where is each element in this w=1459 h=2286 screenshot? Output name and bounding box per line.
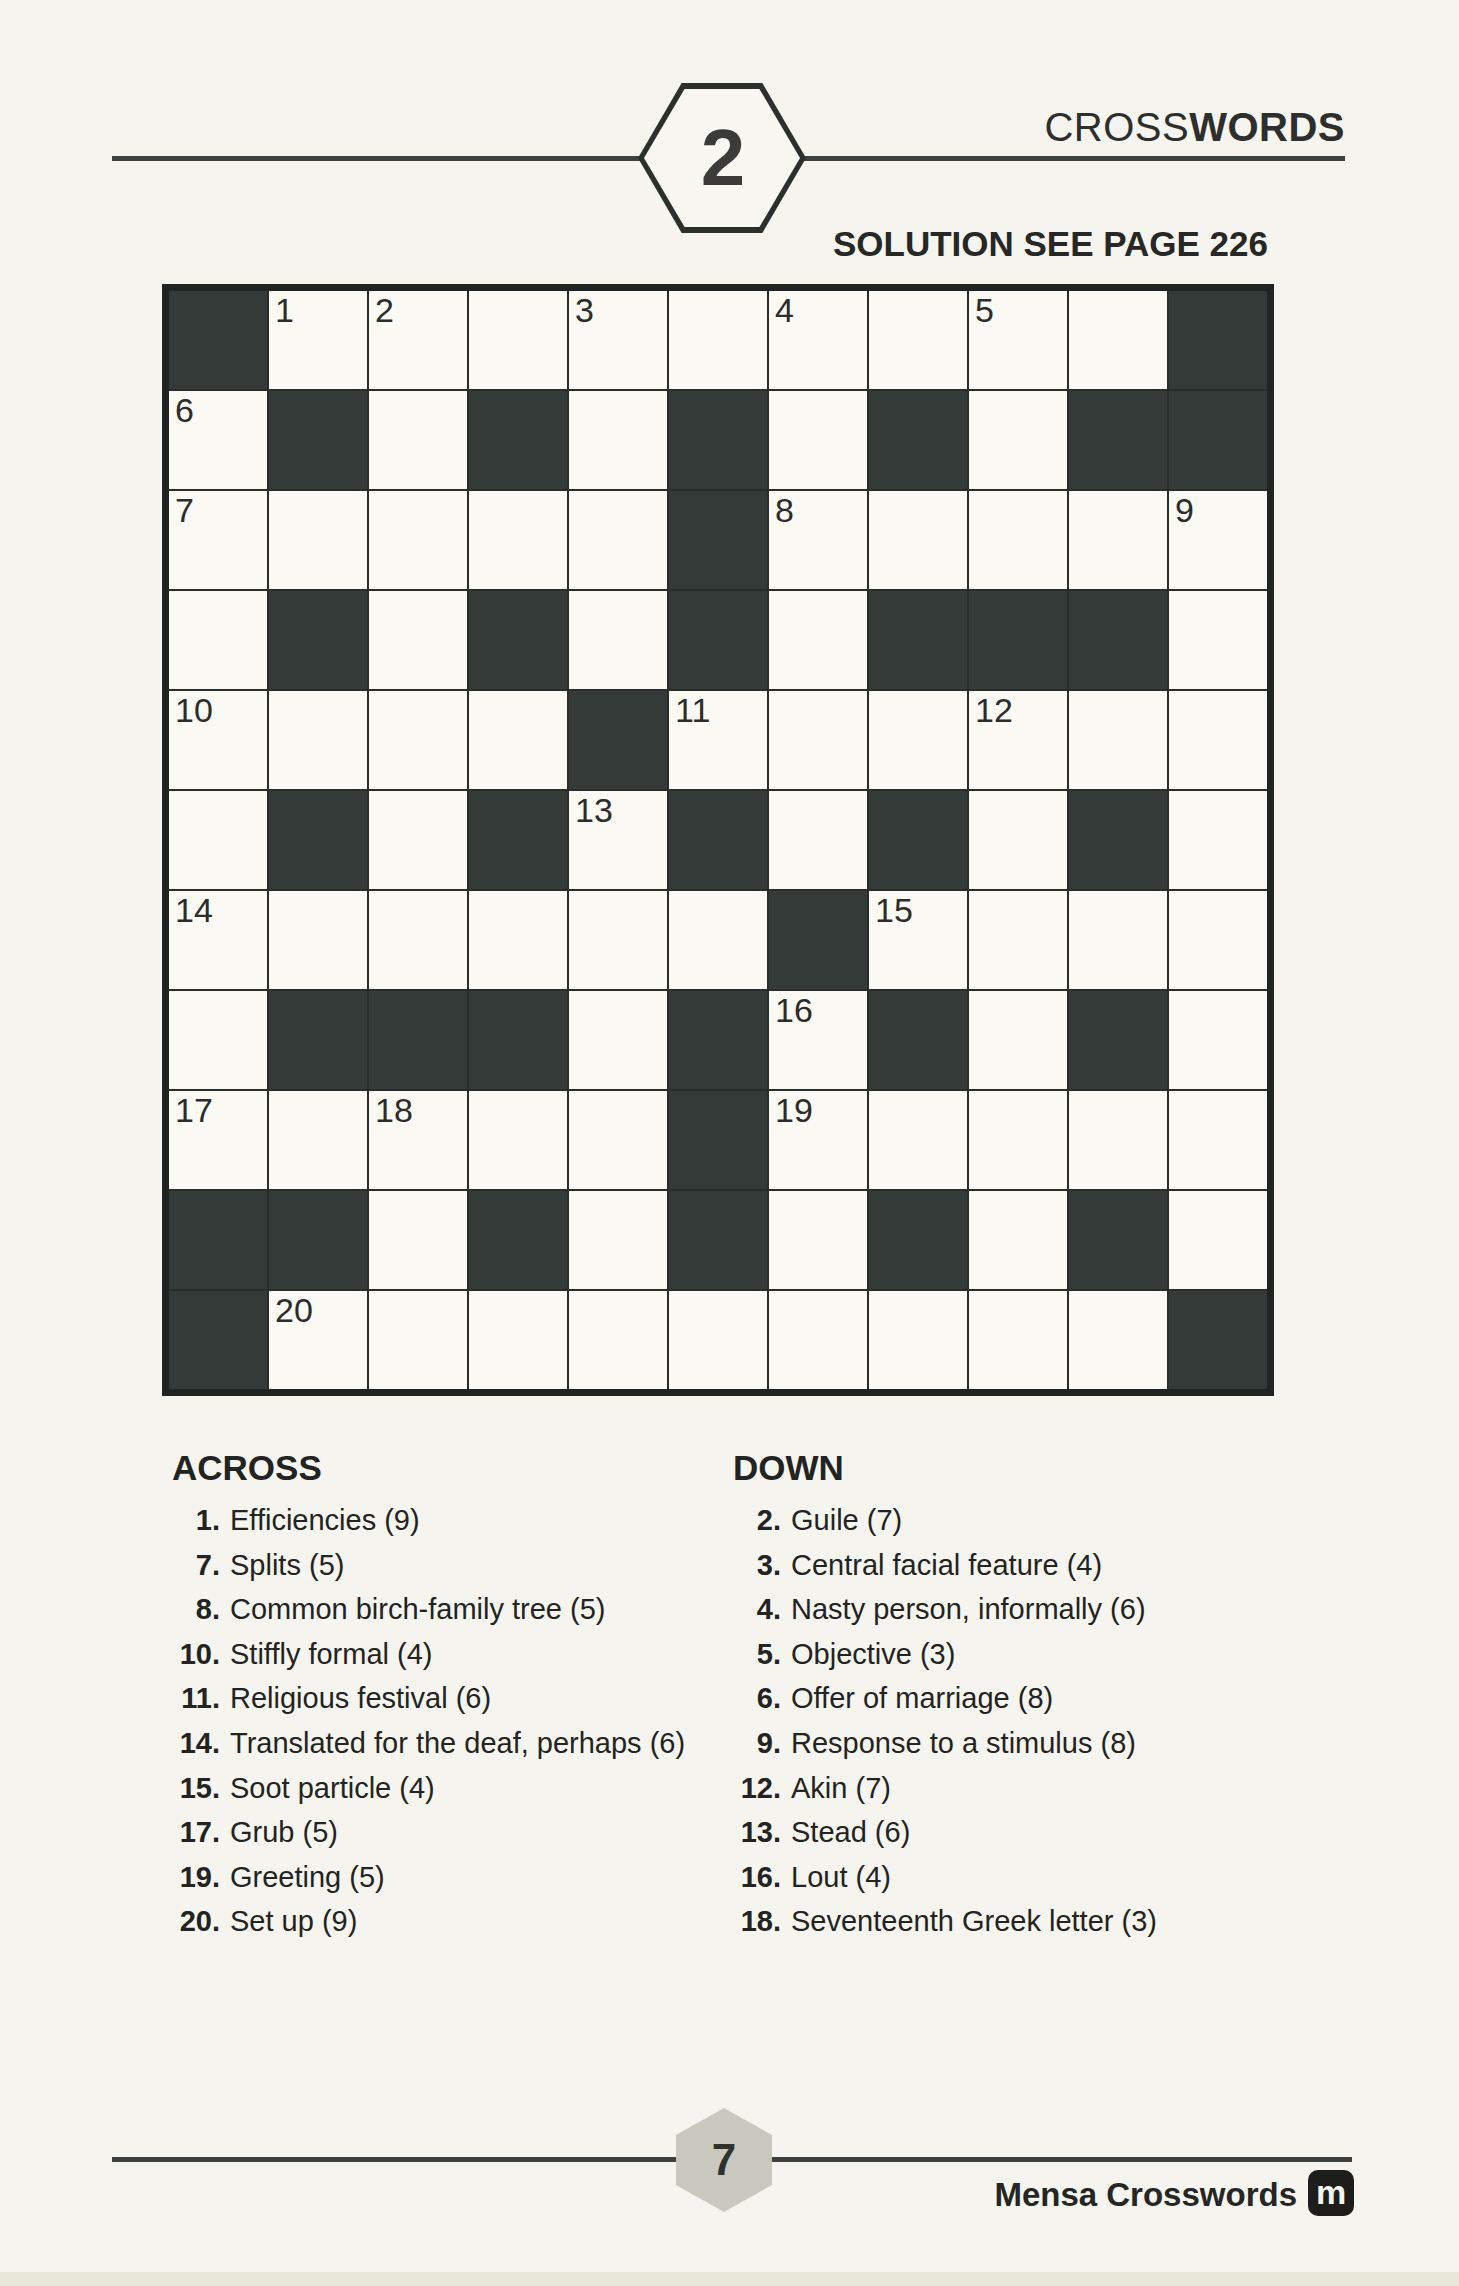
grid-cell-r1c6[interactable] (669, 291, 767, 389)
mensa-logo-glyph: m (1316, 2175, 1346, 2209)
grid-cell-r9c10[interactable] (1069, 1091, 1167, 1189)
grid-cell-r6c3[interactable] (369, 791, 467, 889)
grid-cell-r5c11[interactable] (1169, 691, 1267, 789)
clue-number: 2. (733, 1498, 781, 1543)
grid-cell-r5c9[interactable]: 12 (969, 691, 1067, 789)
grid-cell-r11c10[interactable] (1069, 1291, 1167, 1389)
grid-cell-r9c6 (669, 1091, 767, 1189)
clue-number: 3. (733, 1543, 781, 1588)
section-title-bold: WORDS (1189, 105, 1345, 149)
grid-cell-r4c2 (269, 591, 367, 689)
grid-cell-r9c7[interactable]: 19 (769, 1091, 867, 1189)
cell-number-3: 3 (575, 291, 594, 330)
grid-cell-r9c4[interactable] (469, 1091, 567, 1189)
clue-number: 6. (733, 1676, 781, 1721)
grid-cell-r11c6[interactable] (669, 1291, 767, 1389)
grid-cell-r3c3[interactable] (369, 491, 467, 589)
grid-cell-r6c7[interactable] (769, 791, 867, 889)
clue-text: Stead (6) (791, 1810, 910, 1855)
clue-number: 12. (733, 1766, 781, 1811)
grid-cell-r6c6 (669, 791, 767, 889)
solution-note: SOLUTION SEE PAGE 226 (833, 224, 1268, 264)
clue-text: Offer of marriage (8) (791, 1676, 1053, 1721)
grid-cell-r11c1 (169, 1291, 267, 1389)
puzzle-number-hexagon: 2 (638, 83, 806, 233)
clue-item: 11.Religious festival (6) (172, 1676, 747, 1721)
grid-cell-r10c5[interactable] (569, 1191, 667, 1289)
grid-cell-r5c10[interactable] (1069, 691, 1167, 789)
clue-item: 2.Guile (7) (733, 1498, 1308, 1543)
clue-text: Set up (9) (230, 1899, 357, 1944)
clue-text: Efficiencies (9) (230, 1498, 420, 1543)
grid-cell-r2c5[interactable] (569, 391, 667, 489)
cell-number-4: 4 (775, 291, 794, 330)
clue-text: Religious festival (6) (230, 1676, 491, 1721)
across-list: 1.Efficiencies (9)7.Splits (5)8.Common b… (172, 1498, 747, 1944)
clue-item: 9.Response to a stimulus (8) (733, 1721, 1308, 1766)
across-clues: ACROSS 1.Efficiencies (9)7.Splits (5)8.C… (172, 1448, 747, 1944)
grid-cell-r3c8[interactable] (869, 491, 967, 589)
grid-cell-r8c11[interactable] (1169, 991, 1267, 1089)
clue-item: 19.Greeting (5) (172, 1855, 747, 1900)
grid-cell-r2c6 (669, 391, 767, 489)
grid-cell-r9c3[interactable]: 18 (369, 1091, 467, 1189)
grid-cell-r2c3[interactable] (369, 391, 467, 489)
clue-number: 9. (733, 1721, 781, 1766)
clue-item: 5.Objective (3) (733, 1632, 1308, 1677)
cell-number-11: 11 (675, 691, 710, 730)
clue-text: Lout (4) (791, 1855, 891, 1900)
grid-cell-r10c10 (1069, 1191, 1167, 1289)
grid-cell-r1c8[interactable] (869, 291, 967, 389)
clue-text: Objective (3) (791, 1632, 955, 1677)
clue-number: 1. (172, 1498, 220, 1543)
grid-cell-r8c3 (369, 991, 467, 1089)
clue-text: Translated for the deaf, perhaps (6) (230, 1721, 685, 1766)
cell-number-10: 10 (175, 691, 213, 730)
grid-cell-r7c9[interactable] (969, 891, 1067, 989)
cell-number-5: 5 (975, 291, 994, 330)
grid-cell-r11c7[interactable] (769, 1291, 867, 1389)
section-title-light: CROSS (1044, 105, 1189, 149)
clue-number: 7. (172, 1543, 220, 1588)
grid-cell-r7c11[interactable] (1169, 891, 1267, 989)
grid-cell-r10c1 (169, 1191, 267, 1289)
grid-cell-r4c5[interactable] (569, 591, 667, 689)
grid-cell-r7c6[interactable] (669, 891, 767, 989)
clue-text: Guile (7) (791, 1498, 902, 1543)
clue-item: 3.Central facial feature (4) (733, 1543, 1308, 1588)
grid-cell-r3c6 (669, 491, 767, 589)
grid-cell-r11c11 (1169, 1291, 1267, 1389)
grid-cell-r4c8 (869, 591, 967, 689)
clue-text: Central facial feature (4) (791, 1543, 1102, 1588)
clue-number: 20. (172, 1899, 220, 1944)
grid-cell-r11c2[interactable]: 20 (269, 1291, 367, 1389)
grid-cell-r9c11[interactable] (1169, 1091, 1267, 1189)
cell-number-18: 18 (375, 1091, 413, 1130)
cell-number-8: 8 (775, 491, 794, 530)
grid-cell-r10c6 (669, 1191, 767, 1289)
grid-cell-r5c7[interactable] (769, 691, 867, 789)
clue-text: Soot particle (4) (230, 1766, 435, 1811)
grid-cell-r8c4 (469, 991, 567, 1089)
clue-item: 8.Common birch-family tree (5) (172, 1587, 747, 1632)
grid-cell-r2c1[interactable]: 6 (169, 391, 267, 489)
cell-number-6: 6 (175, 391, 194, 430)
clue-item: 10.Stiffly formal (4) (172, 1632, 747, 1677)
clue-item: 12.Akin (7) (733, 1766, 1308, 1811)
grid-cell-r8c10 (1069, 991, 1167, 1089)
grid-cell-r4c4 (469, 591, 567, 689)
clue-item: 20.Set up (9) (172, 1899, 747, 1944)
grid-cell-r4c10 (1069, 591, 1167, 689)
grid-cell-r1c4[interactable] (469, 291, 567, 389)
grid-cell-r8c7[interactable]: 16 (769, 991, 867, 1089)
clue-item: 18.Seventeenth Greek letter (3) (733, 1899, 1308, 1944)
grid-cell-r7c8[interactable]: 15 (869, 891, 967, 989)
clue-item: 7.Splits (5) (172, 1543, 747, 1588)
cell-number-9: 9 (1175, 491, 1194, 530)
grid-cell-r1c11 (1169, 291, 1267, 389)
clue-text: Akin (7) (791, 1766, 891, 1811)
clue-number: 8. (172, 1587, 220, 1632)
crossword-grid: 1234567891011121314151617181920 (162, 284, 1274, 1396)
grid-cell-r5c2[interactable] (269, 691, 367, 789)
clue-number: 13. (733, 1810, 781, 1855)
grid-cell-r10c4 (469, 1191, 567, 1289)
down-heading: DOWN (733, 1448, 1308, 1488)
cell-number-7: 7 (175, 491, 194, 530)
grid-cell-r1c5[interactable]: 3 (569, 291, 667, 389)
clue-number: 15. (172, 1766, 220, 1811)
grid-cell-r1c7[interactable]: 4 (769, 291, 867, 389)
mensa-logo-icon: m (1308, 2170, 1354, 2216)
grid-cell-r5c5 (569, 691, 667, 789)
grid-cell-r5c4[interactable] (469, 691, 567, 789)
grid-cell-r2c8 (869, 391, 967, 489)
grid-cell-r7c10[interactable] (1069, 891, 1167, 989)
grid-cell-r11c9[interactable] (969, 1291, 1067, 1389)
grid-cell-r8c5[interactable] (569, 991, 667, 1089)
section-title: CROSSWORDS (1044, 105, 1345, 150)
grid-cell-r5c6[interactable]: 11 (669, 691, 767, 789)
grid-cell-r5c3[interactable] (369, 691, 467, 789)
grid-cell-r11c5[interactable] (569, 1291, 667, 1389)
clue-number: 10. (172, 1632, 220, 1677)
grid-cell-r2c9[interactable] (969, 391, 1067, 489)
page-bottom-edge (0, 2272, 1459, 2286)
grid-cell-r7c4[interactable] (469, 891, 567, 989)
cell-number-2: 2 (375, 291, 394, 330)
clue-item: 16.Lout (4) (733, 1855, 1308, 1900)
grid-cell-r6c4 (469, 791, 567, 889)
grid-cell-r9c2[interactable] (269, 1091, 367, 1189)
grid-cell-r5c1[interactable]: 10 (169, 691, 267, 789)
grid-cell-r10c7[interactable] (769, 1191, 867, 1289)
cell-number-15: 15 (875, 891, 913, 930)
grid-cell-r9c5[interactable] (569, 1091, 667, 1189)
clue-item: 6.Offer of marriage (8) (733, 1676, 1308, 1721)
grid-cell-r3c10[interactable] (1069, 491, 1167, 589)
grid-cell-r6c11[interactable] (1169, 791, 1267, 889)
grid-cell-r9c9[interactable] (969, 1091, 1067, 1189)
grid-cell-r7c7 (769, 891, 867, 989)
puzzle-number: 2 (701, 112, 744, 204)
grid-cell-r6c2 (269, 791, 367, 889)
clue-number: 17. (172, 1810, 220, 1855)
grid-cell-r7c5[interactable] (569, 891, 667, 989)
clue-text: Common birch-family tree (5) (230, 1587, 605, 1632)
grid-cell-r8c8 (869, 991, 967, 1089)
grid-cell-r9c1[interactable]: 17 (169, 1091, 267, 1189)
grid-cell-r10c11[interactable] (1169, 1191, 1267, 1289)
grid-cell-r7c2[interactable] (269, 891, 367, 989)
grid-cell-r6c5[interactable]: 13 (569, 791, 667, 889)
across-heading: ACROSS (172, 1448, 747, 1488)
grid-cell-r11c3[interactable] (369, 1291, 467, 1389)
grid-cell-r8c9[interactable] (969, 991, 1067, 1089)
grid-cell-r10c3[interactable] (369, 1191, 467, 1289)
grid-cell-r3c4[interactable] (469, 491, 567, 589)
page-number-hexagon: 7 (676, 2108, 772, 2212)
grid-cell-r4c9 (969, 591, 1067, 689)
clue-number: 19. (172, 1855, 220, 1900)
clue-text: Grub (5) (230, 1810, 338, 1855)
grid-cell-r1c10[interactable] (1069, 291, 1167, 389)
clue-item: 17.Grub (5) (172, 1810, 747, 1855)
cell-number-20: 20 (275, 1291, 313, 1330)
grid-cell-r4c3[interactable] (369, 591, 467, 689)
grid-cell-r3c11[interactable]: 9 (1169, 491, 1267, 589)
grid-cell-r8c1[interactable] (169, 991, 267, 1089)
brand-text: Mensa Crosswords (994, 2176, 1297, 2214)
grid-cell-r3c1[interactable]: 7 (169, 491, 267, 589)
clue-text: Nasty person, informally (6) (791, 1587, 1146, 1632)
grid-cell-r4c1[interactable] (169, 591, 267, 689)
cell-number-13: 13 (575, 791, 613, 830)
page-number: 7 (712, 2135, 736, 2185)
grid-cell-r2c10 (1069, 391, 1167, 489)
grid-cell-r1c2[interactable]: 1 (269, 291, 367, 389)
grid-cell-r3c2[interactable] (269, 491, 367, 589)
grid-cell-r3c5[interactable] (569, 491, 667, 589)
clue-item: 14.Translated for the deaf, perhaps (6) (172, 1721, 747, 1766)
clue-text: Greeting (5) (230, 1855, 385, 1900)
grid-cell-r9c8[interactable] (869, 1091, 967, 1189)
grid-cell-r4c11[interactable] (1169, 591, 1267, 689)
grid-cell-r3c9[interactable] (969, 491, 1067, 589)
grid-cell-r7c3[interactable] (369, 891, 467, 989)
book-page: 2 CROSSWORDS SOLUTION SEE PAGE 226 12345… (0, 0, 1459, 2286)
cell-number-1: 1 (275, 291, 294, 330)
clue-number: 14. (172, 1721, 220, 1766)
grid-cell-r1c9[interactable]: 5 (969, 291, 1067, 389)
clue-number: 11. (172, 1676, 220, 1721)
clue-number: 16. (733, 1855, 781, 1900)
grid-cell-r11c4[interactable] (469, 1291, 567, 1389)
grid-cell-r1c1 (169, 291, 267, 389)
clue-number: 5. (733, 1632, 781, 1677)
clue-text: Splits (5) (230, 1543, 344, 1588)
grid-cell-r7c1[interactable]: 14 (169, 891, 267, 989)
clue-item: 1.Efficiencies (9) (172, 1498, 747, 1543)
clue-text: Stiffly formal (4) (230, 1632, 433, 1677)
clue-item: 13.Stead (6) (733, 1810, 1308, 1855)
clue-number: 4. (733, 1587, 781, 1632)
puzzle-number-hexagon-inner: 2 (644, 89, 800, 227)
cell-number-14: 14 (175, 891, 213, 930)
cell-number-19: 19 (775, 1091, 813, 1130)
clue-item: 4.Nasty person, informally (6) (733, 1587, 1308, 1632)
grid-cell-r8c2 (269, 991, 367, 1089)
clue-number: 18. (733, 1899, 781, 1944)
grid-cell-r2c7[interactable] (769, 391, 867, 489)
grid-cell-r1c3[interactable]: 2 (369, 291, 467, 389)
grid-cell-r11c8[interactable] (869, 1291, 967, 1389)
grid-cell-r6c9[interactable] (969, 791, 1067, 889)
grid-cell-r6c10 (1069, 791, 1167, 889)
grid-cell-r6c1[interactable] (169, 791, 267, 889)
cell-number-12: 12 (975, 691, 1013, 730)
grid-cell-r2c2 (269, 391, 367, 489)
cell-number-17: 17 (175, 1091, 213, 1130)
down-clues: DOWN 2.Guile (7)3.Central facial feature… (733, 1448, 1308, 1944)
grid-cell-r4c6 (669, 591, 767, 689)
grid-cell-r10c2 (269, 1191, 367, 1289)
grid-cell-r2c11 (1169, 391, 1267, 489)
grid-cell-r3c7[interactable]: 8 (769, 491, 867, 589)
grid-cell-r2c4 (469, 391, 567, 489)
grid-cell-r8c6 (669, 991, 767, 1089)
cell-number-16: 16 (775, 991, 813, 1030)
grid-cell-r10c9[interactable] (969, 1191, 1067, 1289)
clue-text: Response to a stimulus (8) (791, 1721, 1136, 1766)
clue-item: 15.Soot particle (4) (172, 1766, 747, 1811)
grid-cell-r10c8 (869, 1191, 967, 1289)
clue-text: Seventeenth Greek letter (3) (791, 1899, 1157, 1944)
grid-cell-r4c7[interactable] (769, 591, 867, 689)
grid-cell-r5c8[interactable] (869, 691, 967, 789)
down-list: 2.Guile (7)3.Central facial feature (4)4… (733, 1498, 1308, 1944)
grid-cell-r6c8 (869, 791, 967, 889)
